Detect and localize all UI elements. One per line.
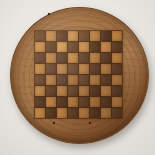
square-a4[interactable] [35,75,45,85]
square-h3[interactable] [112,86,122,96]
square-a2[interactable] [35,97,45,107]
square-b5[interactable] [46,64,56,74]
square-g1[interactable] [101,108,111,118]
square-g5[interactable] [101,64,111,74]
square-b1[interactable] [46,108,56,118]
square-f3[interactable] [90,86,100,96]
square-a1[interactable] [35,108,45,118]
square-h8[interactable] [112,31,122,41]
square-e2[interactable] [79,97,89,107]
square-e5[interactable] [79,64,89,74]
square-h4[interactable] [112,75,122,85]
square-c7[interactable] [57,42,67,52]
square-e3[interactable] [79,86,89,96]
square-d5[interactable] [68,64,78,74]
square-f5[interactable] [90,64,100,74]
square-b6[interactable] [46,53,56,63]
square-g3[interactable] [101,86,111,96]
square-f8[interactable] [90,31,100,41]
square-b3[interactable] [46,86,56,96]
square-d7[interactable] [68,42,78,52]
square-f6[interactable] [90,53,100,63]
square-g7[interactable] [101,42,111,52]
square-b2[interactable] [46,97,56,107]
square-d8[interactable] [68,31,78,41]
square-h6[interactable] [112,53,122,63]
square-d2[interactable] [68,97,78,107]
square-g6[interactable] [101,53,111,63]
square-c8[interactable] [57,31,67,41]
square-d1[interactable] [68,108,78,118]
square-b7[interactable] [46,42,56,52]
square-c4[interactable] [57,75,67,85]
square-e6[interactable] [79,53,89,63]
nail-hole [48,13,50,15]
square-h2[interactable] [112,97,122,107]
square-h5[interactable] [112,64,122,74]
square-e7[interactable] [79,42,89,52]
square-e1[interactable] [79,108,89,118]
nail-hole [53,122,55,124]
square-c6[interactable] [57,53,67,63]
square-h7[interactable] [112,42,122,52]
board-photo [0,0,155,155]
square-f7[interactable] [90,42,100,52]
square-b8[interactable] [46,31,56,41]
square-f1[interactable] [90,108,100,118]
square-g4[interactable] [101,75,111,85]
square-a5[interactable] [35,64,45,74]
square-a6[interactable] [35,53,45,63]
checkerboard [35,31,122,118]
square-a3[interactable] [35,86,45,96]
square-c3[interactable] [57,86,67,96]
square-e8[interactable] [79,31,89,41]
square-a7[interactable] [35,42,45,52]
square-f4[interactable] [90,75,100,85]
square-e4[interactable] [79,75,89,85]
square-d6[interactable] [68,53,78,63]
round-wooden-board [10,7,149,144]
square-c1[interactable] [57,108,67,118]
square-h1[interactable] [112,108,122,118]
nail-hole [89,122,91,124]
square-b4[interactable] [46,75,56,85]
square-d3[interactable] [68,86,78,96]
square-f2[interactable] [90,97,100,107]
square-a8[interactable] [35,31,45,41]
square-c5[interactable] [57,64,67,74]
square-g2[interactable] [101,97,111,107]
square-c2[interactable] [57,97,67,107]
square-g8[interactable] [101,31,111,41]
square-d4[interactable] [68,75,78,85]
